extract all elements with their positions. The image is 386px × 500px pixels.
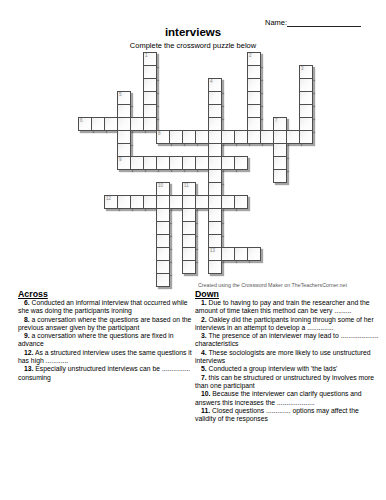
clue: 1. Due to having to pay and train the re…	[195, 299, 381, 316]
crossword-grid: 12345678910111213	[78, 52, 312, 286]
grid-cell[interactable]	[221, 195, 235, 209]
grid-cell[interactable]	[273, 130, 287, 144]
clue: 7. this can be structured or unstructure…	[195, 374, 381, 391]
grid-cell[interactable]	[156, 247, 170, 261]
grid-cell[interactable]	[234, 195, 248, 209]
grid-cell[interactable]	[299, 104, 313, 118]
grid-cell[interactable]: 13	[208, 247, 222, 261]
cell-number: 11	[184, 183, 189, 188]
grid-cell[interactable]	[156, 195, 170, 209]
grid-cell[interactable]	[143, 195, 157, 209]
grid-cell[interactable]	[130, 195, 144, 209]
grid-cell[interactable]	[117, 195, 131, 209]
grid-cell[interactable]	[130, 156, 144, 170]
page-subtitle: Complete the crossword puzzle below	[0, 41, 386, 50]
grid-cell[interactable]	[91, 117, 105, 131]
grid-cell[interactable]	[143, 104, 157, 118]
grid-cell[interactable]	[221, 130, 235, 144]
grid-cell[interactable]	[247, 117, 261, 131]
grid-cell[interactable]: 7	[273, 117, 287, 131]
grid-cell[interactable]	[143, 78, 157, 92]
clue: 3. The presence of an interviewer may le…	[195, 332, 381, 349]
clue-number: 10.	[201, 390, 210, 397]
cell-number: 10	[158, 183, 163, 188]
cell-number: 4	[210, 79, 213, 84]
grid-cell[interactable]: 11	[182, 182, 196, 196]
clue: 9. a conversation where the questions ar…	[18, 332, 192, 349]
grid-cell[interactable]	[247, 104, 261, 118]
grid-cell[interactable]	[208, 234, 222, 248]
grid-cell[interactable]	[182, 130, 196, 144]
cell-number: 1	[145, 53, 148, 58]
cell-number: 5	[119, 92, 122, 97]
grid-cell[interactable]	[260, 130, 274, 144]
grid-cell[interactable]	[208, 130, 222, 144]
down-clue-list: 1. Due to having to pay and train the re…	[195, 299, 381, 423]
clue-number: 8.	[24, 316, 30, 323]
grid-cell[interactable]	[195, 195, 209, 209]
grid-cell[interactable]	[299, 130, 313, 144]
clue-number: 12.	[24, 349, 33, 356]
cell-number: 2	[249, 53, 252, 58]
grid-cell[interactable]	[247, 91, 261, 105]
grid-cell[interactable]	[182, 221, 196, 235]
grid-cell[interactable]	[208, 143, 222, 157]
grid-cell[interactable]: 9	[117, 156, 131, 170]
cell-number: 8	[158, 131, 161, 136]
clue: 4. These sociologists are more likely to…	[195, 349, 381, 366]
grid-cell[interactable]	[208, 91, 222, 105]
clue: 10. Because the interviewer can clarify …	[195, 390, 381, 407]
grid-cell[interactable]	[156, 156, 170, 170]
grid-cell[interactable]	[273, 169, 287, 183]
grid-cell[interactable]	[221, 156, 235, 170]
grid-cell[interactable]	[247, 78, 261, 92]
clue-number: 5.	[201, 365, 207, 372]
grid-cell[interactable]	[182, 260, 196, 274]
grid-cell[interactable]	[247, 247, 261, 261]
page-title: interviews	[0, 26, 386, 38]
grid-cell[interactable]	[182, 156, 196, 170]
grid-cell[interactable]	[143, 156, 157, 170]
grid-cell[interactable]	[104, 117, 118, 131]
grid-cell[interactable]	[299, 78, 313, 92]
grid-cell[interactable]	[208, 104, 222, 118]
grid-cell[interactable]	[195, 156, 209, 170]
clue-number: 1.	[201, 299, 207, 306]
grid-cell[interactable]	[299, 117, 313, 131]
grid-cell[interactable]	[247, 65, 261, 79]
grid-cell[interactable]	[143, 91, 157, 105]
grid-cell[interactable]	[273, 143, 287, 157]
grid-cell[interactable]	[169, 130, 183, 144]
clue: 8. a conversation where the questions ar…	[18, 316, 192, 333]
grid-cell[interactable]	[234, 130, 248, 144]
grid-cell[interactable]: 2	[247, 52, 261, 66]
across-clue-list: 6. Conducted an informal interview that …	[18, 299, 192, 382]
grid-cell[interactable]	[234, 247, 248, 261]
grid-cell[interactable]	[156, 273, 170, 287]
grid-cell[interactable]	[117, 130, 131, 144]
grid-cell[interactable]	[182, 195, 196, 209]
grid-cell[interactable]	[208, 221, 222, 235]
grid-cell[interactable]	[299, 91, 313, 105]
grid-cell[interactable]	[117, 117, 131, 131]
grid-cell[interactable]	[221, 247, 235, 261]
clue: 2. Oakley did the participants ironing t…	[195, 316, 381, 333]
grid-cell[interactable]	[182, 247, 196, 261]
grid-cell[interactable]	[130, 117, 144, 131]
grid-cell[interactable]	[156, 221, 170, 235]
grid-cell[interactable]	[208, 208, 222, 222]
grid-cell[interactable]	[208, 195, 222, 209]
across-heading: Across	[18, 289, 192, 299]
clue-number: 13.	[24, 365, 33, 372]
clue: 11. Closed questions ............. optio…	[195, 407, 381, 424]
clue-number: 4.	[201, 349, 207, 356]
across-clues-section: Across 6. Conducted an informal intervie…	[18, 289, 192, 382]
clue: 5. Conducted a group interview with 'the…	[195, 365, 381, 373]
down-clues-section: Down 1. Due to having to pay and train t…	[195, 289, 381, 423]
grid-cell[interactable]: 1	[143, 52, 157, 66]
grid-cell[interactable]: 8	[156, 130, 170, 144]
clue: 12. As a structured interview uses the s…	[18, 349, 192, 366]
down-heading: Down	[195, 289, 381, 299]
grid-cell[interactable]	[208, 117, 222, 131]
cell-number: 3	[301, 66, 304, 71]
clue-number: 3.	[201, 332, 207, 339]
clue-number: 11.	[201, 407, 210, 414]
grid-cell[interactable]	[286, 130, 300, 144]
grid-cell[interactable]: 4	[208, 78, 222, 92]
cell-number: 7	[275, 118, 278, 123]
clue-number: 9.	[24, 332, 30, 339]
clue-number: 2.	[201, 316, 207, 323]
grid-cell[interactable]	[156, 260, 170, 274]
grid-cell[interactable]	[208, 182, 222, 196]
clue-number: 7.	[201, 374, 207, 381]
grid-cell[interactable]	[143, 117, 157, 131]
clue: 6. Conducted an informal interview that …	[18, 299, 192, 316]
grid-cell[interactable]	[182, 208, 196, 222]
grid-cell[interactable]	[195, 130, 209, 144]
grid-cell[interactable]	[208, 156, 222, 170]
cell-number: 6	[80, 118, 83, 123]
grid-cell[interactable]	[117, 143, 131, 157]
grid-cell[interactable]: 6	[78, 117, 92, 131]
cell-number: 13	[210, 248, 215, 253]
grid-cell[interactable]: 3	[299, 65, 313, 79]
clue: 13. Especially unstructured interviews c…	[18, 365, 192, 382]
grid-cell[interactable]	[156, 208, 170, 222]
credit-text: Created using the Crossword Maker on The…	[198, 282, 347, 288]
grid-cell[interactable]	[247, 130, 261, 144]
grid-cell[interactable]: 12	[104, 195, 118, 209]
cell-number: 12	[106, 196, 111, 201]
grid-cell[interactable]	[169, 195, 183, 209]
grid-cell[interactable]	[234, 156, 248, 170]
grid-cell[interactable]	[182, 234, 196, 248]
clue-number: 6.	[24, 299, 30, 306]
grid-cell[interactable]	[208, 260, 222, 274]
cell-number: 9	[119, 157, 122, 162]
grid-cell[interactable]: 5	[117, 91, 131, 105]
grid-cell[interactable]	[208, 169, 222, 183]
grid-cell[interactable]	[117, 104, 131, 118]
grid-cell[interactable]	[273, 156, 287, 170]
grid-cell[interactable]	[156, 234, 170, 248]
grid-cell[interactable]	[169, 156, 183, 170]
grid-cell[interactable]: 10	[156, 182, 170, 196]
grid-cell[interactable]	[143, 65, 157, 79]
